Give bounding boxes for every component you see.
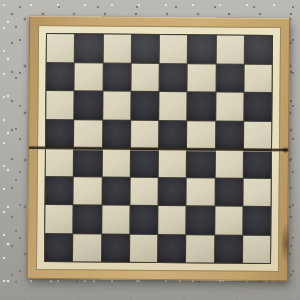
square-c7 (103, 63, 130, 91)
square-c8 (103, 35, 130, 63)
square-g7 (216, 64, 243, 92)
square-h2 (243, 207, 270, 235)
square-d4 (131, 149, 158, 177)
square-d1 (130, 234, 157, 262)
square-f4 (187, 149, 214, 177)
square-e5 (159, 121, 186, 149)
square-e3 (159, 178, 186, 206)
square-g5 (216, 121, 243, 149)
square-e6 (159, 92, 186, 120)
square-f2 (187, 206, 214, 234)
square-h7 (244, 64, 271, 92)
square-f7 (188, 64, 215, 92)
square-a2 (45, 205, 72, 233)
square-f1 (186, 235, 213, 263)
square-a8 (47, 34, 74, 62)
square-g2 (215, 206, 242, 234)
square-c6 (103, 92, 130, 120)
square-g1 (215, 235, 242, 263)
square-c5 (103, 120, 130, 148)
square-c4 (102, 149, 129, 177)
square-b5 (74, 120, 101, 148)
square-h1 (243, 235, 270, 263)
square-a1 (45, 234, 72, 262)
folding-chessboard (27, 16, 290, 281)
square-e1 (158, 235, 185, 263)
square-g4 (215, 149, 242, 177)
square-g6 (216, 92, 243, 120)
square-d5 (131, 120, 158, 148)
square-d6 (131, 92, 158, 120)
square-f3 (187, 178, 214, 206)
square-h5 (244, 121, 271, 149)
square-f8 (188, 35, 215, 63)
square-d2 (130, 206, 157, 234)
square-a3 (46, 177, 73, 205)
square-e8 (160, 35, 187, 63)
square-g8 (216, 36, 243, 64)
wood-stain (280, 223, 289, 263)
square-c1 (102, 234, 129, 262)
square-a7 (47, 63, 74, 91)
square-a4 (46, 148, 73, 176)
terrazzo-floor (0, 0, 300, 300)
square-h4 (244, 150, 271, 178)
square-b7 (75, 63, 102, 91)
square-b6 (75, 91, 102, 119)
square-b1 (73, 234, 100, 262)
square-h3 (243, 178, 270, 206)
square-c3 (102, 177, 129, 205)
square-e2 (158, 206, 185, 234)
square-a5 (46, 120, 73, 148)
square-e7 (160, 64, 187, 92)
square-d7 (131, 63, 158, 91)
square-a6 (46, 91, 73, 119)
square-b3 (74, 177, 101, 205)
square-h8 (244, 36, 271, 64)
square-b2 (74, 205, 101, 233)
square-c2 (102, 206, 129, 234)
square-g3 (215, 178, 242, 206)
square-b4 (74, 148, 101, 176)
square-f5 (187, 121, 214, 149)
square-d3 (130, 177, 157, 205)
square-b8 (75, 34, 102, 62)
square-e4 (159, 149, 186, 177)
square-d8 (132, 35, 159, 63)
square-f6 (188, 92, 215, 120)
square-h6 (244, 93, 271, 121)
